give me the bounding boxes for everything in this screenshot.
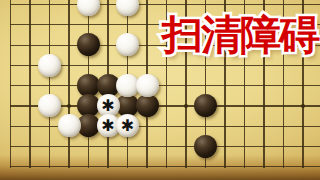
go-board-thumbnail: ✱✱✱ 扫清障碍 <box>0 0 320 180</box>
black-stone <box>194 135 217 158</box>
white-stone <box>136 74 159 97</box>
asterisk-mark: ✱ <box>116 114 139 137</box>
white-stone: ✱ <box>116 114 139 137</box>
black-stone <box>194 94 217 117</box>
white-stone <box>38 94 61 117</box>
title-text: 扫清障碍 <box>162 8 318 63</box>
white-stone <box>58 114 81 137</box>
star-point <box>301 104 305 108</box>
white-stone <box>38 54 61 77</box>
star-point <box>67 104 71 108</box>
star-point <box>184 104 188 108</box>
